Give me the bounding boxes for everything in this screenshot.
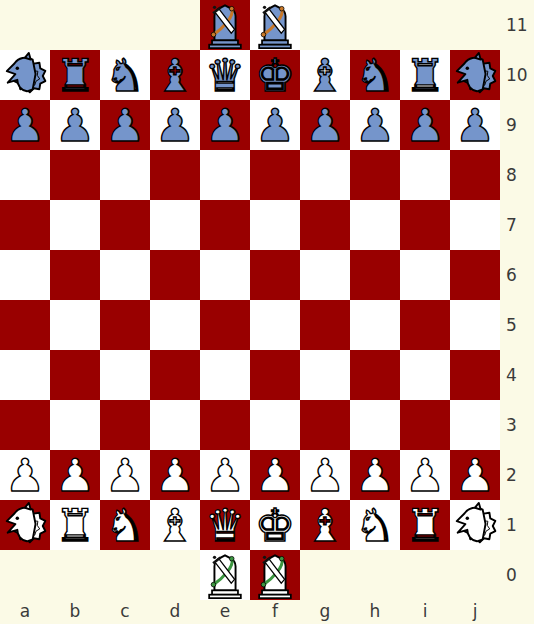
square-f2[interactable]: ♟ xyxy=(250,450,300,500)
square-c1[interactable]: ♞ xyxy=(100,500,150,550)
piece-blue-rook-b10[interactable]: ♜ xyxy=(50,50,100,100)
square-d7[interactable] xyxy=(150,200,200,250)
piece-white-pawn-i2[interactable]: ♟ xyxy=(400,450,450,500)
file-label-h: h xyxy=(350,600,400,624)
square-b1[interactable]: ♜ xyxy=(50,500,100,550)
square-i3[interactable] xyxy=(400,400,450,450)
square-i6[interactable] xyxy=(400,250,450,300)
piece-white-king-f1[interactable]: ♚ xyxy=(250,500,300,550)
square-c2[interactable]: ♟ xyxy=(100,450,150,500)
offboard-a11 xyxy=(0,0,50,50)
piece-white-pawn-f2[interactable]: ♟ xyxy=(250,450,300,500)
square-h4[interactable] xyxy=(350,350,400,400)
board-stage: ♜♞♝♛♚♝♞♜♟♟♟♟♟♟♟♟♟♟♟♟♟♟♟♟♟♟♟♟♜♞♝♛♚♝♞♜ 111… xyxy=(0,0,534,624)
piece-blue-king-f10[interactable]: ♚ xyxy=(250,50,300,100)
piece-blue-lion-j10[interactable] xyxy=(450,50,500,100)
square-g6[interactable] xyxy=(300,250,350,300)
square-a5[interactable] xyxy=(0,300,50,350)
square-j2[interactable]: ♟ xyxy=(450,450,500,500)
square-h3[interactable] xyxy=(350,400,400,450)
square-f5[interactable] xyxy=(250,300,300,350)
square-a3[interactable] xyxy=(0,400,50,450)
square-i8[interactable] xyxy=(400,150,450,200)
piece-blue-gravestone-f11[interactable] xyxy=(250,0,300,50)
square-f7[interactable] xyxy=(250,200,300,250)
square-c10[interactable]: ♞ xyxy=(100,50,150,100)
square-a10[interactable] xyxy=(0,50,50,100)
square-f8[interactable] xyxy=(250,150,300,200)
rank-label-8: 8 xyxy=(500,150,534,200)
square-e3[interactable] xyxy=(200,400,250,450)
piece-blue-pawn-a9[interactable]: ♟ xyxy=(0,100,50,150)
square-c3[interactable] xyxy=(100,400,150,450)
rank-label-3: 3 xyxy=(500,400,534,450)
rank-label-2: 2 xyxy=(500,450,534,500)
rank-label-6: 6 xyxy=(500,250,534,300)
piece-blue-pawn-b9[interactable]: ♟ xyxy=(50,100,100,150)
square-h8[interactable] xyxy=(350,150,400,200)
square-f3[interactable] xyxy=(250,400,300,450)
square-i1[interactable]: ♜ xyxy=(400,500,450,550)
piece-blue-rook-i10[interactable]: ♜ xyxy=(400,50,450,100)
offboard-j11 xyxy=(450,0,500,50)
offboard-b11 xyxy=(50,0,100,50)
square-g3[interactable] xyxy=(300,400,350,450)
square-a7[interactable] xyxy=(0,200,50,250)
square-e0[interactable] xyxy=(200,550,250,600)
square-c9[interactable]: ♟ xyxy=(100,100,150,150)
piece-white-rook-b1[interactable]: ♜ xyxy=(50,500,100,550)
piece-white-lion-a1[interactable] xyxy=(0,500,50,550)
square-e8[interactable] xyxy=(200,150,250,200)
square-b7[interactable] xyxy=(50,200,100,250)
square-j3[interactable] xyxy=(450,400,500,450)
piece-blue-pawn-i9[interactable]: ♟ xyxy=(400,100,450,150)
rank-label-7: 7 xyxy=(500,200,534,250)
piece-white-lion-j1[interactable] xyxy=(450,500,500,550)
file-label-j: j xyxy=(450,600,500,624)
square-e11[interactable] xyxy=(200,0,250,50)
square-f9[interactable]: ♟ xyxy=(250,100,300,150)
piece-blue-lion-a10[interactable] xyxy=(0,50,50,100)
piece-white-knight-h1[interactable]: ♞ xyxy=(350,500,400,550)
piece-white-pawn-e2[interactable]: ♟ xyxy=(200,450,250,500)
piece-white-pawn-g2[interactable]: ♟ xyxy=(300,450,350,500)
square-d8[interactable] xyxy=(150,150,200,200)
rank-label-5: 5 xyxy=(500,300,534,350)
square-a1[interactable] xyxy=(0,500,50,550)
square-c5[interactable] xyxy=(100,300,150,350)
square-g8[interactable] xyxy=(300,150,350,200)
piece-white-bishop-g1[interactable]: ♝ xyxy=(300,500,350,550)
piece-white-bishop-d1[interactable]: ♝ xyxy=(150,500,200,550)
square-f11[interactable] xyxy=(250,0,300,50)
piece-white-pawn-h2[interactable]: ♟ xyxy=(350,450,400,500)
square-c7[interactable] xyxy=(100,200,150,250)
piece-blue-knight-h10[interactable]: ♞ xyxy=(350,50,400,100)
square-d10[interactable]: ♝ xyxy=(150,50,200,100)
offboard-j0 xyxy=(450,550,500,600)
piece-white-knight-c1[interactable]: ♞ xyxy=(100,500,150,550)
square-f0[interactable] xyxy=(250,550,300,600)
square-h5[interactable] xyxy=(350,300,400,350)
file-labels: abcdefghij xyxy=(0,600,500,624)
square-c4[interactable] xyxy=(100,350,150,400)
square-g5[interactable] xyxy=(300,300,350,350)
piece-blue-pawn-c9[interactable]: ♟ xyxy=(100,100,150,150)
piece-white-rook-i1[interactable]: ♜ xyxy=(400,500,450,550)
square-i7[interactable] xyxy=(400,200,450,250)
piece-blue-pawn-g9[interactable]: ♟ xyxy=(300,100,350,150)
square-j9[interactable]: ♟ xyxy=(450,100,500,150)
square-b8[interactable] xyxy=(50,150,100,200)
piece-white-gravestone-f0[interactable] xyxy=(250,550,300,600)
square-e4[interactable] xyxy=(200,350,250,400)
square-b3[interactable] xyxy=(50,400,100,450)
square-d3[interactable] xyxy=(150,400,200,450)
square-d2[interactable]: ♟ xyxy=(150,450,200,500)
offboard-i0 xyxy=(400,550,450,600)
piece-blue-pawn-h9[interactable]: ♟ xyxy=(350,100,400,150)
file-label-i: i xyxy=(400,600,450,624)
square-g9[interactable]: ♟ xyxy=(300,100,350,150)
square-i9[interactable]: ♟ xyxy=(400,100,450,150)
square-a9[interactable]: ♟ xyxy=(0,100,50,150)
square-i4[interactable] xyxy=(400,350,450,400)
piece-white-pawn-c2[interactable]: ♟ xyxy=(100,450,150,500)
piece-blue-pawn-d9[interactable]: ♟ xyxy=(150,100,200,150)
piece-white-pawn-d2[interactable]: ♟ xyxy=(150,450,200,500)
square-b9[interactable]: ♟ xyxy=(50,100,100,150)
square-e9[interactable]: ♟ xyxy=(200,100,250,150)
piece-white-queen-e1[interactable]: ♛ xyxy=(200,500,250,550)
piece-blue-bishop-g10[interactable]: ♝ xyxy=(300,50,350,100)
square-g1[interactable]: ♝ xyxy=(300,500,350,550)
square-g7[interactable] xyxy=(300,200,350,250)
square-g4[interactable] xyxy=(300,350,350,400)
square-h7[interactable] xyxy=(350,200,400,250)
square-d1[interactable]: ♝ xyxy=(150,500,200,550)
square-h6[interactable] xyxy=(350,250,400,300)
piece-blue-queen-e10[interactable]: ♛ xyxy=(200,50,250,100)
square-a2[interactable]: ♟ xyxy=(0,450,50,500)
file-label-e: e xyxy=(200,600,250,624)
offboard-g0 xyxy=(300,550,350,600)
square-i2[interactable]: ♟ xyxy=(400,450,450,500)
piece-blue-gravestone-e11[interactable] xyxy=(200,0,250,50)
square-j5[interactable] xyxy=(450,300,500,350)
square-j10[interactable] xyxy=(450,50,500,100)
square-b4[interactable] xyxy=(50,350,100,400)
rank-labels: 11109876543210 xyxy=(500,0,534,600)
square-f6[interactable] xyxy=(250,250,300,300)
offboard-h11 xyxy=(350,0,400,50)
square-c6[interactable] xyxy=(100,250,150,300)
square-b10[interactable]: ♜ xyxy=(50,50,100,100)
file-label-f: f xyxy=(250,600,300,624)
piece-white-pawn-a2[interactable]: ♟ xyxy=(0,450,50,500)
square-e2[interactable]: ♟ xyxy=(200,450,250,500)
square-e5[interactable] xyxy=(200,300,250,350)
square-g10[interactable]: ♝ xyxy=(300,50,350,100)
rank-label-11: 11 xyxy=(500,0,534,50)
square-j7[interactable] xyxy=(450,200,500,250)
offboard-d0 xyxy=(150,550,200,600)
square-h9[interactable]: ♟ xyxy=(350,100,400,150)
square-e10[interactable]: ♛ xyxy=(200,50,250,100)
square-h1[interactable]: ♞ xyxy=(350,500,400,550)
square-h2[interactable]: ♟ xyxy=(350,450,400,500)
square-a8[interactable] xyxy=(0,150,50,200)
square-d9[interactable]: ♟ xyxy=(150,100,200,150)
file-label-c: c xyxy=(100,600,150,624)
square-j8[interactable] xyxy=(450,150,500,200)
square-b5[interactable] xyxy=(50,300,100,350)
square-e7[interactable] xyxy=(200,200,250,250)
offboard-c0 xyxy=(100,550,150,600)
offboard-h0 xyxy=(350,550,400,600)
offboard-g11 xyxy=(300,0,350,50)
square-h10[interactable]: ♞ xyxy=(350,50,400,100)
square-f1[interactable]: ♚ xyxy=(250,500,300,550)
square-j4[interactable] xyxy=(450,350,500,400)
square-d5[interactable] xyxy=(150,300,200,350)
file-label-g: g xyxy=(300,600,350,624)
square-i5[interactable] xyxy=(400,300,450,350)
square-i10[interactable]: ♜ xyxy=(400,50,450,100)
rank-label-1: 1 xyxy=(500,500,534,550)
square-c8[interactable] xyxy=(100,150,150,200)
rank-label-4: 4 xyxy=(500,350,534,400)
square-f4[interactable] xyxy=(250,350,300,400)
file-label-d: d xyxy=(150,600,200,624)
square-e6[interactable] xyxy=(200,250,250,300)
square-g2[interactable]: ♟ xyxy=(300,450,350,500)
piece-blue-pawn-j9[interactable]: ♟ xyxy=(450,100,500,150)
piece-blue-bishop-d10[interactable]: ♝ xyxy=(150,50,200,100)
square-d4[interactable] xyxy=(150,350,200,400)
chess-board: ♜♞♝♛♚♝♞♜♟♟♟♟♟♟♟♟♟♟♟♟♟♟♟♟♟♟♟♟♜♞♝♛♚♝♞♜ xyxy=(0,0,500,600)
piece-blue-pawn-e9[interactable]: ♟ xyxy=(200,100,250,150)
offboard-b0 xyxy=(50,550,100,600)
piece-blue-knight-c10[interactable]: ♞ xyxy=(100,50,150,100)
square-j6[interactable] xyxy=(450,250,500,300)
square-d6[interactable] xyxy=(150,250,200,300)
square-e1[interactable]: ♛ xyxy=(200,500,250,550)
piece-white-pawn-b2[interactable]: ♟ xyxy=(50,450,100,500)
square-b2[interactable]: ♟ xyxy=(50,450,100,500)
square-b6[interactable] xyxy=(50,250,100,300)
offboard-c11 xyxy=(100,0,150,50)
rank-label-10: 10 xyxy=(500,50,534,100)
square-f10[interactable]: ♚ xyxy=(250,50,300,100)
piece-white-pawn-j2[interactable]: ♟ xyxy=(450,450,500,500)
square-a4[interactable] xyxy=(0,350,50,400)
file-label-b: b xyxy=(50,600,100,624)
square-j1[interactable] xyxy=(450,500,500,550)
square-a6[interactable] xyxy=(0,250,50,300)
rank-label-9: 9 xyxy=(500,100,534,150)
offboard-d11 xyxy=(150,0,200,50)
offboard-a0 xyxy=(0,550,50,600)
rank-label-0: 0 xyxy=(500,550,534,600)
file-label-a: a xyxy=(0,600,50,624)
piece-white-gravestone-e0[interactable] xyxy=(200,550,250,600)
offboard-i11 xyxy=(400,0,450,50)
piece-blue-pawn-f9[interactable]: ♟ xyxy=(250,100,300,150)
